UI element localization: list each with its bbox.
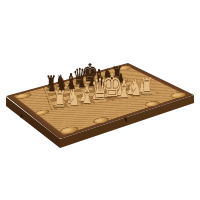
- piece-white-knight[interactable]: ♞: [66, 86, 80, 108]
- piece-white-bishop[interactable]: ♝: [79, 83, 94, 106]
- pieces-layer: ♜♞♟♝♟♚♟♛♟♝♟♞♟♜♟♟♟♟♜♟♞♟♝♟♚♟♛♟♝♟♞♜: [0, 0, 200, 200]
- chess-set-photo: ♜♞♟♝♟♚♟♛♟♝♟♞♟♜♟♟♟♟♜♟♞♟♝♟♚♟♛♟♝♟♞♜: [0, 0, 200, 200]
- piece-white-rook[interactable]: ♜: [53, 88, 67, 110]
